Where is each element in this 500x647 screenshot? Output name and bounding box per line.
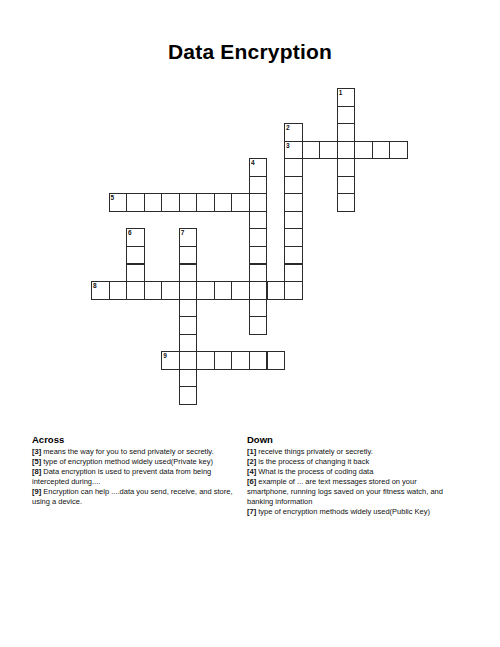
clue-item: [7] type of encryption methods widely us… (247, 507, 459, 517)
grid-cell[interactable] (302, 141, 321, 160)
across-clue-list: [3] means the way for you to send privat… (32, 447, 248, 507)
grid-cell[interactable] (284, 158, 303, 177)
clue-item: [5] type of encryption method widely use… (32, 457, 248, 467)
grid-cell[interactable] (337, 158, 356, 177)
grid-cell[interactable] (284, 281, 303, 300)
grid-cell[interactable] (249, 264, 268, 283)
crossword-page: Data Encryption 123456789 Across [3] mea… (0, 0, 500, 647)
grid-cell[interactable] (91, 281, 110, 300)
clue-item: [4] What is the process of coding data (247, 467, 459, 477)
grid-cell[interactable] (214, 281, 233, 300)
grid-cell[interactable] (231, 351, 250, 370)
down-clue-list: [1] receive things privately or secretly… (247, 447, 459, 517)
grid-cell[interactable] (337, 176, 356, 195)
grid-cell[interactable] (179, 246, 198, 265)
clue-item: [2] is the process of changing it back (247, 457, 459, 467)
grid-cell[interactable] (284, 123, 303, 142)
grid-cell[interactable] (161, 281, 180, 300)
grid-cell[interactable] (284, 264, 303, 283)
grid-cell[interactable] (337, 141, 356, 160)
grid-cell[interactable] (214, 351, 233, 370)
grid-cell[interactable] (126, 264, 145, 283)
grid-cell[interactable] (214, 193, 233, 212)
grid-cell[interactable] (126, 228, 145, 247)
grid-cell[interactable] (284, 176, 303, 195)
grid-cell[interactable] (179, 369, 198, 388)
grid-cell[interactable] (284, 211, 303, 230)
grid-cell[interactable] (179, 334, 198, 353)
grid-cell[interactable] (249, 228, 268, 247)
page-title: Data Encryption (0, 41, 500, 63)
grid-cell[interactable] (249, 193, 268, 212)
grid-cell[interactable] (284, 141, 303, 160)
grid-cell[interactable] (109, 281, 128, 300)
grid-cell[interactable] (284, 228, 303, 247)
grid-cell[interactable] (249, 316, 268, 335)
grid-cell[interactable] (249, 176, 268, 195)
grid-cell[interactable] (319, 141, 338, 160)
grid-cell[interactable] (337, 106, 356, 125)
across-header: Across (32, 434, 248, 446)
grid-cell[interactable] (249, 158, 268, 177)
grid-cell[interactable] (179, 386, 198, 405)
grid-cell[interactable] (284, 193, 303, 212)
grid-cell[interactable] (161, 351, 180, 370)
grid-cell[interactable] (249, 351, 268, 370)
grid-cell[interactable] (231, 281, 250, 300)
clue-item: [6] example of ... are text messages sto… (247, 477, 459, 507)
grid-cell[interactable] (179, 193, 198, 212)
grid-cell[interactable] (249, 211, 268, 230)
grid-cell[interactable] (144, 193, 163, 212)
grid-cell[interactable] (267, 351, 286, 370)
grid-cell[interactable] (126, 246, 145, 265)
grid-cell[interactable] (144, 281, 163, 300)
clue-item: [1] receive things privately or secretly… (247, 447, 459, 457)
grid-cell[interactable] (284, 246, 303, 265)
grid-cell[interactable] (126, 281, 145, 300)
grid-cell[interactable] (161, 193, 180, 212)
grid-cell[interactable] (179, 228, 198, 247)
grid-cell[interactable] (249, 281, 268, 300)
grid-cell[interactable] (196, 193, 215, 212)
grid-cell[interactable] (337, 88, 356, 107)
grid-cell[interactable] (249, 299, 268, 318)
grid-cell[interactable] (179, 351, 198, 370)
grid-cell[interactable] (267, 281, 286, 300)
grid-cell[interactable] (337, 193, 356, 212)
grid-cell[interactable] (354, 141, 373, 160)
grid-cell[interactable] (372, 141, 391, 160)
grid-cell[interactable] (231, 193, 250, 212)
grid-cell[interactable] (179, 299, 198, 318)
clue-item: [9] Encryption can help ....data you sen… (32, 487, 248, 507)
down-header: Down (247, 434, 459, 446)
clue-item: [3] means the way for you to send privat… (32, 447, 248, 457)
grid-cell[interactable] (196, 351, 215, 370)
clue-item: [8] Data encryption is used to prevent d… (32, 467, 248, 487)
grid-cell[interactable] (179, 281, 198, 300)
across-clues-section: Across [3] means the way for you to send… (32, 434, 248, 507)
crossword-grid: 123456789 (91, 88, 409, 406)
down-clues-section: Down [1] receive things privately or sec… (247, 434, 459, 517)
grid-cell[interactable] (109, 193, 128, 212)
grid-cell[interactable] (196, 281, 215, 300)
grid-cell[interactable] (179, 264, 198, 283)
grid-cell[interactable] (389, 141, 408, 160)
grid-cell[interactable] (126, 193, 145, 212)
grid-cell[interactable] (337, 123, 356, 142)
grid-cell[interactable] (179, 316, 198, 335)
grid-cell[interactable] (249, 246, 268, 265)
